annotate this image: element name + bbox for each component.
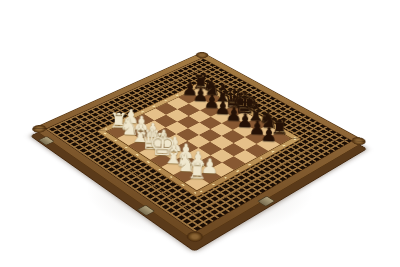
perspective-wrapper: ♜♞♝♛♚♝♞♜♟♟♟♟♟♟♟♟♟♟♟♟♟♟♟♟♜♞♝♛♚♝♞♜	[0, 0, 400, 267]
chess-board: ♜♞♝♛♚♝♞♜♟♟♟♟♟♟♟♟♟♟♟♟♟♟♟♟♜♞♝♛♚♝♞♜	[32, 52, 366, 242]
photo-scene: ♜♞♝♛♚♝♞♜♟♟♟♟♟♟♟♟♟♟♟♟♟♟♟♟♜♞♝♛♚♝♞♜	[0, 0, 400, 267]
